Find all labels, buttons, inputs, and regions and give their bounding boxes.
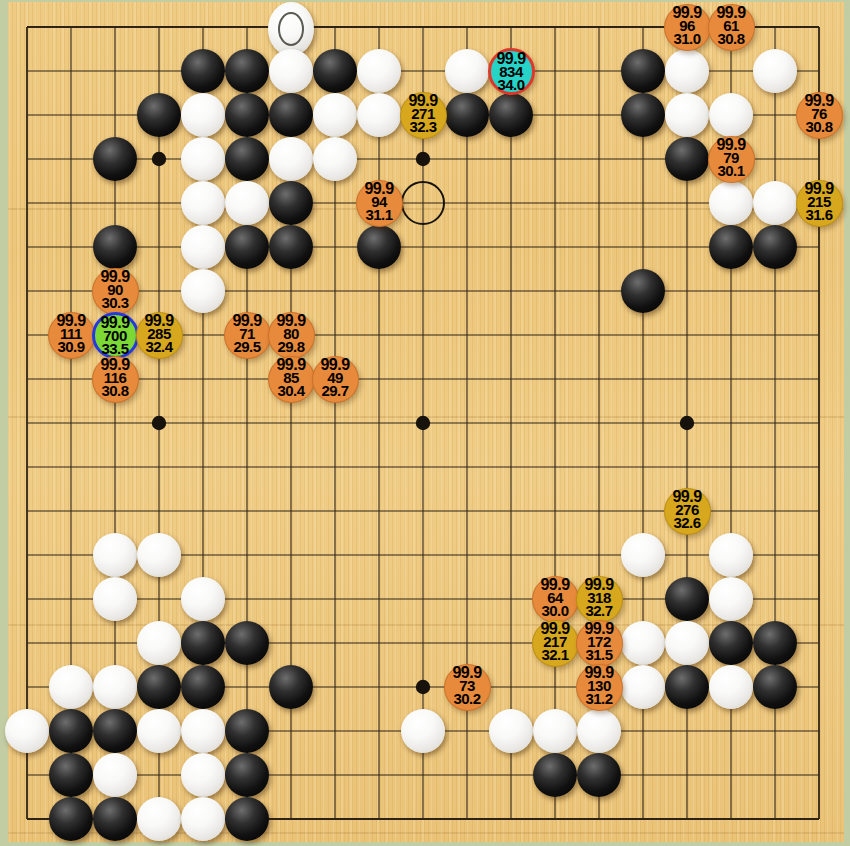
stone-white[interactable] (401, 709, 445, 753)
go-board[interactable]: 99.99631.099.96130.899.983434.099.927132… (0, 0, 850, 846)
stone-white[interactable] (665, 49, 709, 93)
move-suggestion-orange[interactable]: 99.96130.8 (708, 4, 755, 51)
move-suggestion-orange[interactable]: 99.911630.8 (92, 356, 139, 403)
move-suggestion-orange[interactable]: 99.94929.7 (312, 356, 359, 403)
stone-white[interactable] (269, 49, 313, 93)
stone-white[interactable] (357, 93, 401, 137)
stone-white[interactable] (137, 709, 181, 753)
stone-black[interactable] (709, 621, 753, 665)
go-analysis-screen: { "game": "go", "board_size": 19, "posit… (0, 0, 850, 846)
stone-white[interactable] (709, 665, 753, 709)
stone-black[interactable] (269, 225, 313, 269)
stone-black[interactable] (225, 709, 269, 753)
suggestion-score: 29.8 (277, 340, 304, 353)
stone-white[interactable] (269, 137, 313, 181)
suggestion-score: 30.0 (541, 604, 568, 617)
stone-white[interactable] (93, 753, 137, 797)
stone-white[interactable] (577, 709, 621, 753)
stone-black[interactable] (49, 797, 93, 841)
stone-black[interactable] (225, 49, 269, 93)
stone-black[interactable] (621, 49, 665, 93)
suggestion-score: 31.1 (365, 208, 392, 221)
suggestion-score: 34.0 (497, 78, 524, 91)
stone-black[interactable] (269, 181, 313, 225)
stone-white[interactable] (181, 93, 225, 137)
move-suggestion-green[interactable]: 99.970033.5 (92, 312, 139, 359)
move-suggestion-gold[interactable]: 99.921531.6 (796, 180, 843, 227)
stone-white[interactable] (268, 2, 314, 56)
stone-black[interactable] (621, 93, 665, 137)
stone-white[interactable] (181, 181, 225, 225)
stone-white[interactable] (709, 93, 753, 137)
suggestion-score: 30.2 (453, 692, 480, 705)
stone-black[interactable] (753, 225, 797, 269)
stone-white[interactable] (753, 181, 797, 225)
stone-black[interactable] (181, 49, 225, 93)
stone-white[interactable] (313, 93, 357, 137)
stone-white[interactable] (181, 709, 225, 753)
move-suggestion-gold[interactable]: 99.928532.4 (136, 312, 183, 359)
move-suggestion-gold[interactable]: 99.931832.7 (576, 576, 623, 623)
stone-white[interactable] (621, 533, 665, 577)
stone-black[interactable] (137, 665, 181, 709)
stone-black[interactable] (93, 797, 137, 841)
stone-white[interactable] (181, 577, 225, 621)
suggestion-score: 31.2 (585, 692, 612, 705)
stone-white[interactable] (93, 577, 137, 621)
stone-white[interactable] (181, 269, 225, 313)
suggestion-score: 30.8 (101, 384, 128, 397)
move-suggestion-orange[interactable]: 99.99431.1 (356, 180, 403, 227)
stone-white[interactable] (181, 137, 225, 181)
suggestion-score: 32.7 (585, 604, 612, 617)
stone-black[interactable] (93, 225, 137, 269)
stone-black[interactable] (533, 753, 577, 797)
stone-black[interactable] (665, 665, 709, 709)
stone-black[interactable] (313, 49, 357, 93)
stone-black[interactable] (93, 709, 137, 753)
stone-white[interactable] (621, 665, 665, 709)
stone-black[interactable] (621, 269, 665, 313)
suggestion-score: 29.7 (321, 384, 348, 397)
stone-black[interactable] (225, 621, 269, 665)
move-suggestion-orange[interactable]: 99.97330.2 (444, 664, 491, 711)
stone-black[interactable] (225, 225, 269, 269)
stone-white[interactable] (49, 665, 93, 709)
move-suggestion-orange[interactable]: 99.96430.0 (532, 576, 579, 623)
last-move-circle-marker (278, 12, 304, 46)
stone-white[interactable] (709, 533, 753, 577)
move-suggestion-gold[interactable]: 99.927132.3 (400, 92, 447, 139)
stone-white[interactable] (137, 621, 181, 665)
move-suggestion-orange[interactable]: 99.911130.9 (48, 312, 95, 359)
stone-white[interactable] (181, 797, 225, 841)
stone-black[interactable] (225, 753, 269, 797)
stone-black[interactable] (181, 665, 225, 709)
stone-black[interactable] (137, 93, 181, 137)
stone-black[interactable] (93, 137, 137, 181)
empty-circle-marker (401, 181, 445, 225)
suggestion-score: 30.1 (717, 164, 744, 177)
stone-white[interactable] (357, 49, 401, 93)
stone-white[interactable] (533, 709, 577, 753)
move-suggestion-orange[interactable]: 99.99631.0 (664, 4, 711, 51)
stone-black[interactable] (665, 577, 709, 621)
stone-black[interactable] (753, 621, 797, 665)
stone-white[interactable] (753, 49, 797, 93)
stone-black[interactable] (709, 225, 753, 269)
suggestion-score: 30.9 (57, 340, 84, 353)
move-suggestion-orange[interactable]: 99.97930.1 (708, 136, 755, 183)
suggestion-score: 31.5 (585, 648, 612, 661)
stone-black[interactable] (445, 93, 489, 137)
suggestion-score: 33.5 (101, 342, 128, 355)
move-suggestion-orange[interactable]: 99.913031.2 (576, 664, 623, 711)
stone-black[interactable] (357, 225, 401, 269)
stone-black[interactable] (49, 709, 93, 753)
stone-white[interactable] (709, 181, 753, 225)
move-suggestion-orange[interactable]: 99.917231.5 (576, 620, 623, 667)
stone-white[interactable] (709, 577, 753, 621)
suggestion-score: 31.6 (805, 208, 832, 221)
move-suggestion-cyan[interactable]: 99.983434.0 (488, 48, 535, 95)
stone-white[interactable] (181, 753, 225, 797)
stone-black[interactable] (225, 93, 269, 137)
suggestion-score: 32.4 (145, 340, 172, 353)
stone-black[interactable] (753, 665, 797, 709)
stone-white[interactable] (5, 709, 49, 753)
suggestion-score: 30.8 (717, 32, 744, 45)
stone-white[interactable] (445, 49, 489, 93)
move-suggestion-orange[interactable]: 99.98530.4 (268, 356, 315, 403)
stone-white[interactable] (225, 181, 269, 225)
stone-white[interactable] (313, 137, 357, 181)
stone-black[interactable] (225, 797, 269, 841)
move-suggestion-orange[interactable]: 99.97129.5 (224, 312, 271, 359)
stone-white[interactable] (621, 621, 665, 665)
suggestion-score: 30.3 (101, 296, 128, 309)
stone-black[interactable] (269, 665, 313, 709)
suggestion-score: 32.6 (673, 516, 700, 529)
suggestion-score: 30.8 (805, 120, 832, 133)
suggestion-score: 29.5 (233, 340, 260, 353)
move-suggestion-gold[interactable]: 99.927632.6 (664, 488, 711, 535)
stone-black[interactable] (577, 753, 621, 797)
stone-black[interactable] (489, 93, 533, 137)
stone-white[interactable] (137, 533, 181, 577)
stone-black[interactable] (225, 137, 269, 181)
suggestion-score: 31.0 (673, 32, 700, 45)
stone-white[interactable] (489, 709, 533, 753)
stone-white[interactable] (181, 225, 225, 269)
stone-white[interactable] (137, 797, 181, 841)
move-suggestion-orange[interactable]: 99.98029.8 (268, 312, 315, 359)
suggestion-score: 30.4 (277, 384, 304, 397)
stone-white[interactable] (93, 533, 137, 577)
stone-white[interactable] (665, 93, 709, 137)
stone-black[interactable] (665, 137, 709, 181)
stone-white[interactable] (665, 621, 709, 665)
stone-white[interactable] (93, 665, 137, 709)
suggestion-score: 32.3 (409, 120, 436, 133)
suggestion-score: 32.1 (541, 648, 568, 661)
move-suggestion-gold[interactable]: 99.921732.1 (532, 620, 579, 667)
stone-black[interactable] (269, 93, 313, 137)
move-suggestion-orange[interactable]: 99.97630.8 (796, 92, 843, 139)
move-suggestion-orange[interactable]: 99.99030.3 (92, 268, 139, 315)
stone-black[interactable] (181, 621, 225, 665)
stone-black[interactable] (49, 753, 93, 797)
